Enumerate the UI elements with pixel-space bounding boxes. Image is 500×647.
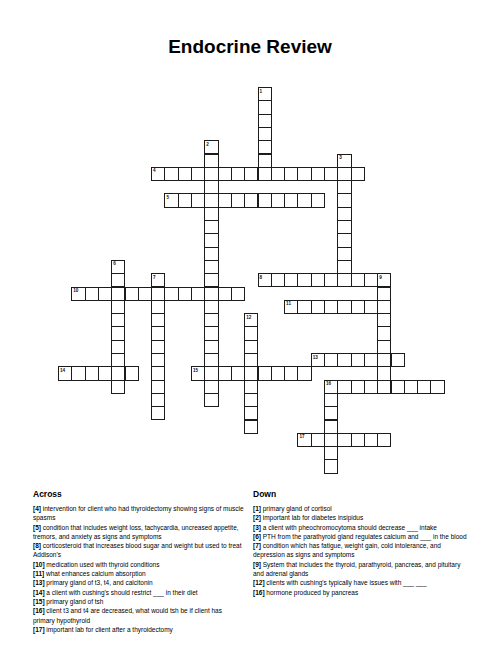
clue-number: [6] <box>253 533 261 540</box>
grid-cell[interactable]: 12 <box>244 313 258 327</box>
grid-cell[interactable] <box>377 380 391 394</box>
grid-cell[interactable] <box>337 260 351 274</box>
grid-cell[interactable] <box>337 353 351 367</box>
clue-item: [16] hormone produced by pancreas <box>253 588 471 597</box>
grid-cell[interactable] <box>391 380 405 394</box>
grid-cell[interactable] <box>258 193 272 207</box>
grid-cell[interactable] <box>178 287 192 301</box>
grid-cell[interactable] <box>244 193 258 207</box>
down-clues-section: Down [1] primary gland of cortisol[2] im… <box>253 489 471 597</box>
grid-cell[interactable] <box>111 366 125 380</box>
grid-cell[interactable] <box>204 154 218 168</box>
grid-cell[interactable] <box>151 380 165 394</box>
cell-number: 16 <box>326 381 331 386</box>
grid-cell[interactable] <box>98 287 112 301</box>
grid-cell[interactable] <box>337 247 351 261</box>
clue-number: [3] <box>253 524 261 531</box>
cell-number: 3 <box>339 155 342 160</box>
grid-cell[interactable] <box>204 260 218 274</box>
grid-cell[interactable] <box>244 420 258 434</box>
grid-cell[interactable] <box>85 287 99 301</box>
page-title: Endocrine Review <box>0 36 500 58</box>
grid-cell[interactable] <box>430 380 444 394</box>
cell-number: 15 <box>193 368 198 373</box>
cell-number: 8 <box>260 275 263 280</box>
clue-item: [8] corticosteroid that increases blood … <box>33 541 245 560</box>
clue-number: [2] <box>253 514 261 521</box>
grid-cell[interactable] <box>204 220 218 234</box>
grid-cell[interactable]: 3 <box>337 154 351 168</box>
grid-cell[interactable] <box>111 287 125 301</box>
grid-cell[interactable] <box>204 393 218 407</box>
grid-cell[interactable] <box>324 433 338 447</box>
grid-cell[interactable] <box>204 180 218 194</box>
clue-item: [9] System that includes the thyroid, pa… <box>253 560 471 579</box>
grid-cell[interactable] <box>337 273 351 287</box>
grid-cell[interactable] <box>351 353 365 367</box>
grid-cell[interactable] <box>191 287 205 301</box>
grid-cell[interactable] <box>324 273 338 287</box>
grid-cell[interactable] <box>391 353 405 367</box>
grid-cell[interactable] <box>297 300 311 314</box>
clue-number: [5] <box>33 524 41 531</box>
grid-cell[interactable] <box>324 420 338 434</box>
grid-cell[interactable] <box>204 167 218 181</box>
grid-cell[interactable] <box>337 207 351 221</box>
grid-cell[interactable] <box>111 313 125 327</box>
grid-cell[interactable] <box>218 193 232 207</box>
grid-cell[interactable]: 6 <box>111 260 125 274</box>
grid-cell[interactable] <box>204 340 218 354</box>
grid-cell[interactable]: 2 <box>204 140 218 154</box>
grid-cell[interactable]: 9 <box>377 273 391 287</box>
grid-cell[interactable] <box>364 273 378 287</box>
grid-cell[interactable] <box>204 273 218 287</box>
grid-cell[interactable] <box>85 366 99 380</box>
grid-cell[interactable] <box>191 167 205 181</box>
cell-number: 7 <box>153 275 156 280</box>
grid-cell[interactable] <box>351 380 365 394</box>
grid-cell[interactable]: 7 <box>151 273 165 287</box>
grid-cell[interactable] <box>164 287 178 301</box>
grid-cell[interactable] <box>337 233 351 247</box>
grid-cell[interactable] <box>417 380 431 394</box>
grid-cell[interactable] <box>324 393 338 407</box>
grid-cell[interactable] <box>204 233 218 247</box>
grid-cell[interactable] <box>151 406 165 420</box>
clue-number: [15] <box>33 598 45 605</box>
grid-cell[interactable] <box>311 167 325 181</box>
grid-cell[interactable] <box>284 193 298 207</box>
grid-cell[interactable] <box>151 300 165 314</box>
grid-cell[interactable] <box>231 193 245 207</box>
grid-cell[interactable]: 5 <box>164 193 178 207</box>
cell-number: 6 <box>113 261 116 266</box>
clue-item: [10] medication used with thyroid condit… <box>33 560 245 569</box>
grid-cell[interactable] <box>364 380 378 394</box>
grid-cell[interactable] <box>377 433 391 447</box>
cell-number: 14 <box>60 368 65 373</box>
grid-cell[interactable] <box>244 326 258 340</box>
grid-cell[interactable] <box>244 167 258 181</box>
grid-cell[interactable] <box>324 406 338 420</box>
clue-number: [11] <box>33 570 44 577</box>
grid-cell[interactable] <box>324 446 338 460</box>
across-heading: Across <box>33 489 245 499</box>
grid-cell[interactable] <box>337 180 351 194</box>
grid-cell[interactable] <box>271 273 285 287</box>
clue-number: [16] <box>33 607 45 614</box>
grid-cell[interactable] <box>204 313 218 327</box>
grid-cell[interactable] <box>351 433 365 447</box>
grid-cell[interactable] <box>151 340 165 354</box>
grid-cell[interactable] <box>244 340 258 354</box>
clue-item: [15] primary gland of tsh <box>33 597 245 606</box>
clue-item: [13] primary gland of t3, t4, and calcit… <box>33 578 245 587</box>
grid-cell[interactable] <box>377 340 391 354</box>
grid-cell[interactable] <box>244 380 258 394</box>
clue-number: [4] <box>33 505 41 512</box>
grid-cell[interactable] <box>218 167 232 181</box>
clue-item: [1] primary gland of cortisol <box>253 504 471 513</box>
grid-cell[interactable] <box>404 380 418 394</box>
grid-cell[interactable] <box>337 433 351 447</box>
grid-cell[interactable] <box>244 353 258 367</box>
clue-item: [4] intervention for client who had thyr… <box>33 504 245 523</box>
clue-item: [2] important lab for diabetes insipidus <box>253 513 471 522</box>
grid-cell[interactable] <box>337 193 351 207</box>
clue-item: [11] what enhances calcium absorption <box>33 569 245 578</box>
grid-cell[interactable] <box>218 366 232 380</box>
grid-cell[interactable] <box>271 167 285 181</box>
grid-cell[interactable] <box>204 326 218 340</box>
grid-cell[interactable] <box>311 433 325 447</box>
grid-cell[interactable]: 16 <box>324 380 338 394</box>
cell-number: 17 <box>299 434 304 439</box>
grid-cell[interactable] <box>151 313 165 327</box>
cell-number: 1 <box>260 89 263 94</box>
grid-cell[interactable] <box>377 300 391 314</box>
grid-cell[interactable] <box>337 167 351 181</box>
cell-number: 4 <box>153 168 156 173</box>
clue-number: [8] <box>33 542 41 549</box>
clue-item: [3] a client with pheochromocytoma shoul… <box>253 523 471 532</box>
cell-number: 9 <box>379 275 382 280</box>
grid-cell[interactable] <box>271 193 285 207</box>
grid-cell[interactable] <box>244 366 258 380</box>
grid-cell[interactable] <box>164 167 178 181</box>
grid-cell[interactable] <box>311 273 325 287</box>
grid-cell[interactable] <box>231 167 245 181</box>
clue-number: [12] <box>253 579 265 586</box>
grid-cell[interactable]: 4 <box>151 167 165 181</box>
clue-item: [6] PTH from the parathyroid gland regul… <box>253 532 471 541</box>
grid-cell[interactable] <box>204 380 218 394</box>
grid-cell[interactable] <box>337 300 351 314</box>
grid-cell[interactable]: 17 <box>297 433 311 447</box>
grid-cell[interactable] <box>284 167 298 181</box>
grid-cell[interactable] <box>297 167 311 181</box>
clue-number: [1] <box>253 505 261 512</box>
grid-cell[interactable] <box>297 273 311 287</box>
clue-number: [13] <box>33 579 45 586</box>
grid-cell[interactable] <box>125 287 139 301</box>
grid-cell[interactable] <box>297 366 311 380</box>
down-clue-list: [1] primary gland of cortisol[2] importa… <box>253 504 471 597</box>
crossword-grid: 1234567891011121314151617 <box>58 87 445 474</box>
cell-number: 10 <box>73 288 78 293</box>
clue-item: [7] condition which has fatigue, weight … <box>253 541 471 560</box>
grid-cell[interactable] <box>178 167 192 181</box>
grid-cell[interactable] <box>377 313 391 327</box>
grid-cell[interactable] <box>324 167 338 181</box>
clue-number: [10] <box>33 561 45 568</box>
cell-number: 13 <box>313 355 318 360</box>
grid-cell[interactable] <box>151 366 165 380</box>
grid-cell[interactable] <box>244 393 258 407</box>
grid-cell[interactable] <box>71 366 85 380</box>
grid-cell[interactable] <box>258 154 272 168</box>
grid-cell[interactable] <box>258 127 272 141</box>
grid-cell[interactable] <box>138 287 152 301</box>
grid-cell[interactable] <box>204 353 218 367</box>
grid-cell[interactable] <box>204 287 218 301</box>
grid-cell[interactable]: 10 <box>71 287 85 301</box>
cell-number: 11 <box>286 301 291 306</box>
grid-cell[interactable] <box>111 353 125 367</box>
grid-cell[interactable] <box>151 326 165 340</box>
grid-cell[interactable] <box>351 167 365 181</box>
grid-cell[interactable] <box>258 167 272 181</box>
grid-cell[interactable] <box>311 300 325 314</box>
cell-number: 5 <box>166 195 169 200</box>
grid-cell[interactable] <box>364 433 378 447</box>
grid-cell[interactable] <box>258 366 272 380</box>
grid-cell[interactable] <box>204 247 218 261</box>
grid-cell[interactable] <box>337 380 351 394</box>
grid-cell[interactable] <box>351 273 365 287</box>
clue-item: [12] clients with cushing's typically ha… <box>253 578 471 587</box>
grid-cell[interactable] <box>351 300 365 314</box>
grid-cell[interactable] <box>111 340 125 354</box>
grid-cell[interactable] <box>111 300 125 314</box>
cell-number: 2 <box>206 142 209 147</box>
grid-cell[interactable] <box>258 100 272 114</box>
grid-cell[interactable] <box>377 353 391 367</box>
grid-cell[interactable] <box>125 366 139 380</box>
grid-cell[interactable]: 14 <box>58 366 72 380</box>
cell-number: 12 <box>246 315 251 320</box>
grid-cell[interactable] <box>98 366 112 380</box>
grid-cell[interactable] <box>111 273 125 287</box>
grid-cell[interactable] <box>324 459 338 473</box>
grid-cell[interactable] <box>231 366 245 380</box>
grid-cell[interactable] <box>204 300 218 314</box>
grid-cell[interactable]: 13 <box>311 353 325 367</box>
grid-cell[interactable] <box>218 287 232 301</box>
grid-cell[interactable] <box>377 326 391 340</box>
grid-cell[interactable]: 1 <box>258 87 272 101</box>
grid-cell[interactable] <box>324 300 338 314</box>
clue-number: [9] <box>253 561 261 568</box>
clue-item: [14] a client with cushing's should rest… <box>33 588 245 597</box>
grid-cell[interactable] <box>204 193 218 207</box>
across-clues-section: Across [4] intervention for client who h… <box>33 489 245 634</box>
grid-cell[interactable] <box>111 380 125 394</box>
grid-cell[interactable] <box>191 193 205 207</box>
clue-number: [16] <box>253 589 265 596</box>
grid-cell[interactable] <box>244 406 258 420</box>
clue-number: [17] <box>33 626 45 633</box>
grid-cell[interactable] <box>204 207 218 221</box>
grid-cell[interactable] <box>311 193 325 207</box>
grid-cell[interactable] <box>151 393 165 407</box>
grid-cell[interactable] <box>377 366 391 380</box>
grid-cell[interactable]: 15 <box>191 366 205 380</box>
across-clue-list: [4] intervention for client who had thyr… <box>33 504 245 634</box>
grid-cell[interactable] <box>151 287 165 301</box>
grid-cell[interactable] <box>297 193 311 207</box>
grid-cell[interactable] <box>178 193 192 207</box>
grid-cell[interactable] <box>271 366 285 380</box>
grid-cell[interactable] <box>337 220 351 234</box>
grid-cell[interactable] <box>324 353 338 367</box>
grid-cell[interactable]: 8 <box>258 273 272 287</box>
grid-cell[interactable]: 11 <box>284 300 298 314</box>
grid-cell[interactable] <box>258 140 272 154</box>
clue-item: [17] important lab for client after a th… <box>33 625 245 634</box>
grid-cell[interactable] <box>284 273 298 287</box>
grid-cell[interactable] <box>231 287 245 301</box>
clue-number: [14] <box>33 589 45 596</box>
grid-cell[interactable] <box>111 326 125 340</box>
clue-item: [16] client t3 and t4 are decreased, wha… <box>33 606 245 625</box>
clue-number: [7] <box>253 542 261 549</box>
grid-cell[interactable] <box>258 114 272 128</box>
grid-cell[interactable] <box>204 366 218 380</box>
clue-item: [5] condition that includes weight loss,… <box>33 523 245 542</box>
grid-cell[interactable] <box>284 366 298 380</box>
grid-cell[interactable] <box>377 287 391 301</box>
grid-cell[interactable] <box>151 353 165 367</box>
grid-cell[interactable] <box>364 353 378 367</box>
down-heading: Down <box>253 489 471 499</box>
grid-cell[interactable] <box>364 300 378 314</box>
